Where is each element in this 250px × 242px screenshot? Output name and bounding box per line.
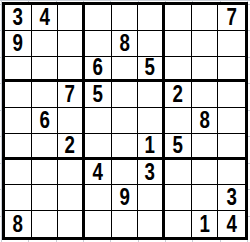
cell-r9c7[interactable]	[165, 211, 192, 237]
given-digit: 3	[226, 185, 236, 210]
cell-r1c3[interactable]	[58, 5, 85, 31]
cell-r6c9[interactable]	[218, 134, 245, 160]
cell-r5c4[interactable]	[85, 108, 112, 134]
cell-r4c4[interactable]: 5	[85, 82, 112, 108]
cell-r7c6[interactable]: 3	[138, 160, 165, 186]
cell-r4c6[interactable]	[138, 82, 165, 108]
cell-r8c2[interactable]	[32, 185, 59, 211]
cell-r3c5[interactable]	[112, 57, 139, 83]
cell-r8c3[interactable]	[58, 185, 85, 211]
cell-r2c8[interactable]	[192, 31, 219, 57]
cell-r6c8[interactable]	[192, 134, 219, 160]
cell-r7c3[interactable]	[58, 160, 85, 186]
given-digit: 1	[145, 134, 155, 158]
cell-r5c2[interactable]: 6	[32, 108, 59, 134]
given-digit: 7	[226, 5, 236, 30]
cell-r9c5[interactable]	[112, 211, 139, 237]
cell-r9c9[interactable]: 4	[218, 211, 245, 237]
given-digit: 4	[93, 160, 103, 185]
cell-r9c6[interactable]	[138, 211, 165, 237]
given-digit: 7	[65, 82, 75, 107]
cell-r1c1[interactable]: 3	[5, 5, 32, 31]
given-digit: 3	[145, 160, 155, 185]
sudoku-page: 3479865752682154393814	[0, 0, 250, 242]
cell-r8c4[interactable]	[85, 185, 112, 211]
cell-r5c9[interactable]	[218, 108, 245, 134]
cell-r1c5[interactable]	[112, 5, 139, 31]
cell-r7c1[interactable]	[5, 160, 32, 186]
cell-r2c5[interactable]: 8	[112, 31, 139, 57]
cell-r5c8[interactable]: 8	[192, 108, 219, 134]
cell-r3c3[interactable]	[58, 57, 85, 83]
cell-r6c6[interactable]: 1	[138, 134, 165, 160]
cell-r4c7[interactable]: 2	[165, 82, 192, 108]
cell-r3c9[interactable]	[218, 57, 245, 83]
cell-r3c4[interactable]: 6	[85, 57, 112, 83]
cell-r2c9[interactable]	[218, 31, 245, 57]
cell-r3c6[interactable]: 5	[138, 57, 165, 83]
given-digit: 6	[39, 108, 49, 133]
given-digit: 8	[13, 212, 23, 237]
cell-r2c7[interactable]	[165, 31, 192, 57]
cell-r7c9[interactable]	[218, 160, 245, 186]
given-digit: 2	[65, 134, 75, 158]
cell-r6c7[interactable]: 5	[165, 134, 192, 160]
cell-r1c7[interactable]	[165, 5, 192, 31]
cell-r4c3[interactable]: 7	[58, 82, 85, 108]
cell-r4c1[interactable]	[5, 82, 32, 108]
given-digit: 5	[173, 134, 183, 158]
given-digit: 9	[13, 31, 23, 56]
cell-r9c8[interactable]: 1	[192, 211, 219, 237]
given-digit: 5	[93, 82, 103, 107]
cell-r5c6[interactable]	[138, 108, 165, 134]
cell-r7c4[interactable]: 4	[85, 160, 112, 186]
cell-r9c1[interactable]: 8	[5, 211, 32, 237]
cell-r1c8[interactable]	[192, 5, 219, 31]
cell-r3c2[interactable]	[32, 57, 59, 83]
cell-r3c1[interactable]	[5, 57, 32, 83]
cell-r6c5[interactable]	[112, 134, 139, 160]
cell-r5c7[interactable]	[165, 108, 192, 134]
cell-r9c3[interactable]	[58, 211, 85, 237]
given-digit: 3	[13, 5, 23, 30]
cell-r9c4[interactable]	[85, 211, 112, 237]
given-digit: 4	[39, 5, 49, 30]
cell-r6c4[interactable]	[85, 134, 112, 160]
cell-r1c9[interactable]: 7	[218, 5, 245, 31]
cell-r8c5[interactable]: 9	[112, 185, 139, 211]
cell-r4c8[interactable]	[192, 82, 219, 108]
cell-r5c3[interactable]	[58, 108, 85, 134]
cell-r5c5[interactable]	[112, 108, 139, 134]
given-digit: 4	[226, 212, 236, 237]
given-digit: 6	[93, 57, 103, 81]
cell-r7c8[interactable]	[192, 160, 219, 186]
cell-r7c2[interactable]	[32, 160, 59, 186]
cell-r4c9[interactable]	[218, 82, 245, 108]
cell-r8c6[interactable]	[138, 185, 165, 211]
sudoku-board: 3479865752682154393814	[2, 2, 248, 240]
given-digit: 2	[173, 82, 183, 107]
given-digit: 5	[145, 57, 155, 81]
cell-r2c4[interactable]	[85, 31, 112, 57]
cell-r7c7[interactable]	[165, 160, 192, 186]
cell-r8c8[interactable]	[192, 185, 219, 211]
cell-r2c3[interactable]	[58, 31, 85, 57]
cell-r1c6[interactable]	[138, 5, 165, 31]
cell-r9c2[interactable]	[32, 211, 59, 237]
cell-r8c1[interactable]	[5, 185, 32, 211]
cell-r4c2[interactable]	[32, 82, 59, 108]
cell-r2c6[interactable]	[138, 31, 165, 57]
given-digit: 8	[199, 108, 209, 133]
cell-r3c8[interactable]	[192, 57, 219, 83]
given-digit: 1	[199, 212, 209, 237]
cell-r2c2[interactable]	[32, 31, 59, 57]
cell-r1c2[interactable]: 4	[32, 5, 59, 31]
cell-r8c7[interactable]	[165, 185, 192, 211]
cell-r6c1[interactable]	[5, 134, 32, 160]
cell-r2c1[interactable]: 9	[5, 31, 32, 57]
given-digit: 9	[119, 185, 129, 210]
cell-r6c3[interactable]: 2	[58, 134, 85, 160]
cell-r7c5[interactable]	[112, 160, 139, 186]
given-digit: 8	[119, 31, 129, 56]
cell-r1c4[interactable]	[85, 5, 112, 31]
cell-r8c9[interactable]: 3	[218, 185, 245, 211]
cell-r4c5[interactable]	[112, 82, 139, 108]
cell-r3c7[interactable]	[165, 57, 192, 83]
cell-r5c1[interactable]	[5, 108, 32, 134]
cell-r6c2[interactable]	[32, 134, 59, 160]
